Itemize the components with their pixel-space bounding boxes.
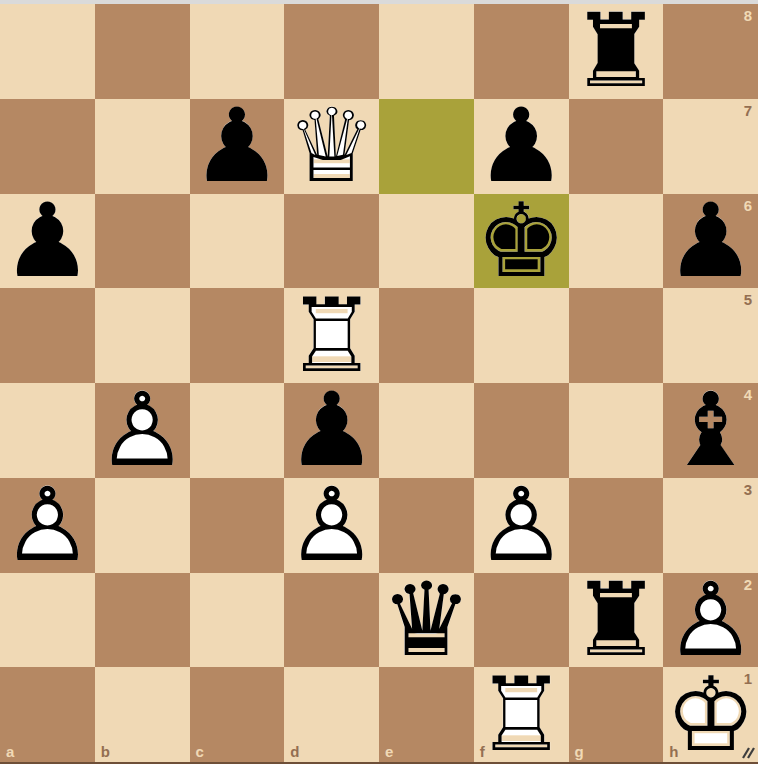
file-label-b: b (101, 743, 110, 760)
square-d2[interactable] (284, 573, 379, 668)
white-pawn[interactable]: ♟♙ (0, 478, 95, 573)
square-g7[interactable] (569, 99, 664, 194)
square-e1[interactable]: e (379, 667, 474, 762)
square-f5[interactable] (474, 288, 569, 383)
white-pawn[interactable]: ♟♙ (95, 383, 190, 478)
black-pawn[interactable]: ♙♟ (663, 194, 758, 289)
square-g6[interactable] (569, 194, 664, 289)
square-g4[interactable] (569, 383, 664, 478)
square-a8[interactable] (0, 4, 95, 99)
square-d4[interactable]: ♙♟ (284, 383, 379, 478)
square-d1[interactable]: d (284, 667, 379, 762)
chess-board[interactable]: ♖♜8♙♟♛♕♙♟7♙♟♔♚6♙♟♜♖5♟♙♙♟4♗♝♟♙♟♙♟♙3♕♛♖♜2♟… (0, 4, 758, 762)
square-c6[interactable] (190, 194, 285, 289)
black-rook[interactable]: ♖♜ (569, 573, 664, 668)
square-c4[interactable] (190, 383, 285, 478)
black-king[interactable]: ♔♚ (474, 194, 569, 289)
square-a5[interactable] (0, 288, 95, 383)
square-f7[interactable]: ♙♟ (474, 99, 569, 194)
square-e7[interactable] (379, 99, 474, 194)
square-c3[interactable] (190, 478, 285, 573)
square-c8[interactable] (190, 4, 285, 99)
square-e4[interactable] (379, 383, 474, 478)
square-b2[interactable] (95, 573, 190, 668)
square-f1[interactable]: f♜♖ (474, 667, 569, 762)
square-a4[interactable] (0, 383, 95, 478)
square-d6[interactable] (284, 194, 379, 289)
square-h8[interactable]: 8 (663, 4, 758, 99)
square-a7[interactable] (0, 99, 95, 194)
square-b4[interactable]: ♟♙ (95, 383, 190, 478)
black-rook[interactable]: ♖♜ (569, 4, 664, 99)
white-pawn[interactable]: ♟♙ (474, 478, 569, 573)
square-d8[interactable] (284, 4, 379, 99)
square-a3[interactable]: ♟♙ (0, 478, 95, 573)
file-label-d: d (290, 743, 299, 760)
square-d7[interactable]: ♛♕ (284, 99, 379, 194)
square-g8[interactable]: ♖♜ (569, 4, 664, 99)
square-a2[interactable] (0, 573, 95, 668)
white-rook[interactable]: ♜♖ (284, 288, 379, 383)
file-label-a: a (6, 743, 14, 760)
board-resize-handle-icon[interactable] (737, 741, 755, 759)
rank-label-5: 5 (744, 291, 752, 308)
square-e8[interactable] (379, 4, 474, 99)
square-b8[interactable] (95, 4, 190, 99)
white-pawn[interactable]: ♟♙ (284, 478, 379, 573)
square-h5[interactable]: 5 (663, 288, 758, 383)
file-label-g: g (575, 743, 584, 760)
black-pawn[interactable]: ♙♟ (284, 383, 379, 478)
rank-label-7: 7 (744, 102, 752, 119)
square-f4[interactable] (474, 383, 569, 478)
square-f2[interactable] (474, 573, 569, 668)
square-d5[interactable]: ♜♖ (284, 288, 379, 383)
black-pawn[interactable]: ♙♟ (190, 99, 285, 194)
square-g2[interactable]: ♖♜ (569, 573, 664, 668)
square-b5[interactable] (95, 288, 190, 383)
white-rook[interactable]: ♜♖ (474, 667, 569, 762)
square-h7[interactable]: 7 (663, 99, 758, 194)
page: ♖♜8♙♟♛♕♙♟7♙♟♔♚6♙♟♜♖5♟♙♙♟4♗♝♟♙♟♙♟♙3♕♛♖♜2♟… (0, 0, 758, 764)
square-a6[interactable]: ♙♟ (0, 194, 95, 289)
square-e5[interactable] (379, 288, 474, 383)
square-b3[interactable] (95, 478, 190, 573)
black-pawn[interactable]: ♙♟ (474, 99, 569, 194)
square-e2[interactable]: ♕♛ (379, 573, 474, 668)
square-h4[interactable]: 4♗♝ (663, 383, 758, 478)
black-bishop[interactable]: ♗♝ (663, 383, 758, 478)
square-e3[interactable] (379, 478, 474, 573)
square-c2[interactable] (190, 573, 285, 668)
square-h3[interactable]: 3 (663, 478, 758, 573)
white-pawn[interactable]: ♟♙ (663, 573, 758, 668)
white-queen[interactable]: ♛♕ (284, 99, 379, 194)
rank-label-3: 3 (744, 481, 752, 498)
square-c7[interactable]: ♙♟ (190, 99, 285, 194)
square-f3[interactable]: ♟♙ (474, 478, 569, 573)
square-c5[interactable] (190, 288, 285, 383)
square-a1[interactable]: a (0, 667, 95, 762)
square-h2[interactable]: 2♟♙ (663, 573, 758, 668)
square-c1[interactable]: c (190, 667, 285, 762)
square-d3[interactable]: ♟♙ (284, 478, 379, 573)
black-pawn[interactable]: ♙♟ (0, 194, 95, 289)
square-b7[interactable] (95, 99, 190, 194)
rank-label-8: 8 (744, 7, 752, 24)
square-f8[interactable] (474, 4, 569, 99)
square-g5[interactable] (569, 288, 664, 383)
square-e6[interactable] (379, 194, 474, 289)
square-b6[interactable] (95, 194, 190, 289)
square-f6[interactable]: ♔♚ (474, 194, 569, 289)
square-g1[interactable]: g (569, 667, 664, 762)
black-queen[interactable]: ♕♛ (379, 573, 474, 668)
file-label-e: e (385, 743, 393, 760)
square-h6[interactable]: 6♙♟ (663, 194, 758, 289)
square-b1[interactable]: b (95, 667, 190, 762)
file-label-c: c (196, 743, 204, 760)
square-g3[interactable] (569, 478, 664, 573)
